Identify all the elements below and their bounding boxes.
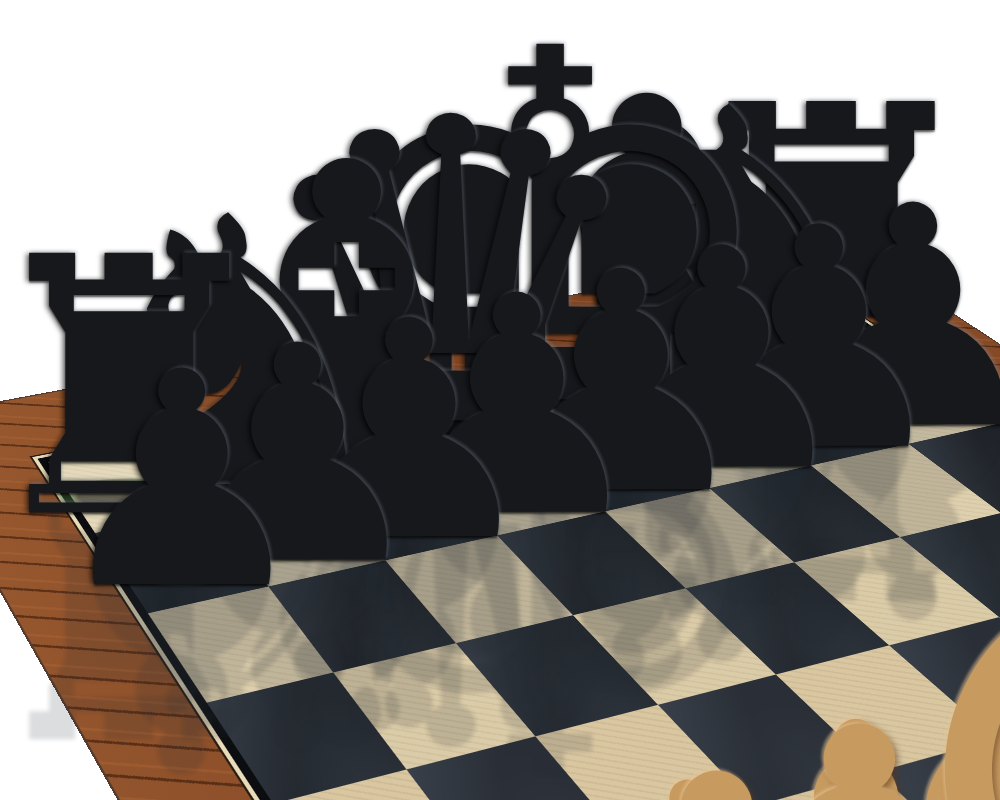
chess-photo-scene: ♜♜♞♞♝♝♛♛♚♚♝♝♞♞♜♜♟♟♟♟♟♟♟♟♟♟♟♟♟♟♟♟♟♟♟♟♟♟♟♚ [0,0,1000,800]
board-pinstripe [29,299,1000,800]
chess-board [48,307,1000,800]
board-field-edge [37,302,1000,800]
chess-board-frame [0,245,1000,800]
